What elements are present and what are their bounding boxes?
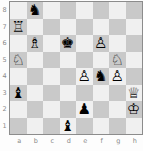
square-b6[interactable]: ♗ [27, 35, 44, 52]
piece-white-queen: ♕ [127, 85, 140, 101]
square-b5[interactable] [27, 52, 44, 69]
file-label-e: e [77, 135, 94, 148]
rank-label-1: 1 [0, 118, 9, 135]
square-h8[interactable] [126, 2, 143, 19]
square-d7[interactable] [60, 19, 77, 36]
piece-white-bishop: ♗ [28, 35, 41, 51]
piece-white-king: ♔ [127, 101, 140, 117]
piece-white-knight: ♘ [111, 52, 124, 68]
piece-white-pawn: ♙ [94, 35, 107, 51]
square-d6[interactable]: ♚ [60, 35, 77, 52]
square-d1[interactable]: ♝ [60, 118, 77, 135]
square-a1[interactable] [10, 118, 27, 135]
rank-label-4: 4 [0, 68, 9, 85]
square-g8[interactable] [109, 2, 126, 19]
file-label-a: a [11, 135, 28, 148]
square-g6[interactable] [109, 35, 126, 52]
square-e8[interactable] [76, 2, 93, 19]
square-c7[interactable] [43, 19, 60, 36]
square-b2[interactable] [27, 101, 44, 118]
square-e5[interactable] [76, 52, 93, 69]
rank-labels: 87654321 [0, 2, 9, 135]
file-label-d: d [61, 135, 78, 148]
piece-white-pawn: ♙ [111, 68, 124, 84]
square-c3[interactable] [43, 85, 60, 102]
square-c4[interactable] [43, 68, 60, 85]
square-g5[interactable]: ♘ [109, 52, 126, 69]
square-e7[interactable] [76, 19, 93, 36]
square-d3[interactable] [60, 85, 77, 102]
square-a2[interactable] [10, 101, 27, 118]
rank-label-7: 7 [0, 19, 9, 36]
square-h4[interactable] [126, 68, 143, 85]
file-labels: abcdefgh [11, 135, 143, 148]
square-e3[interactable] [76, 85, 93, 102]
square-a3[interactable]: ♝ [10, 85, 27, 102]
square-f5[interactable] [93, 52, 110, 69]
square-f2[interactable] [93, 101, 110, 118]
square-g4[interactable]: ♙ [109, 68, 126, 85]
square-a4[interactable] [10, 68, 27, 85]
square-c1[interactable] [43, 118, 60, 135]
file-label-h: h [127, 135, 144, 148]
rank-label-6: 6 [0, 35, 9, 52]
square-f4[interactable]: ♞ [93, 68, 110, 85]
piece-white-rook: ♖ [12, 19, 25, 35]
square-d2[interactable] [60, 101, 77, 118]
square-a5[interactable]: ♘ [10, 52, 27, 69]
file-label-c: c [44, 135, 61, 148]
square-h2[interactable]: ♔ [126, 101, 143, 118]
square-h3[interactable]: ♕ [126, 85, 143, 102]
piece-black-knight: ♞ [28, 2, 41, 18]
square-b1[interactable] [27, 118, 44, 135]
square-g2[interactable] [109, 101, 126, 118]
square-e2[interactable]: ♟ [76, 101, 93, 118]
rank-label-3: 3 [0, 85, 9, 102]
chess-diagram: 87654321 ♞♖♗♚♙♘♘♙♞♙♝♕♟♔♝ abcdefgh [0, 0, 143, 151]
rank-label-5: 5 [0, 52, 9, 69]
square-c6[interactable] [43, 35, 60, 52]
files-spacer [0, 135, 10, 148]
square-e6[interactable] [76, 35, 93, 52]
square-a6[interactable] [10, 35, 27, 52]
square-f6[interactable]: ♙ [93, 35, 110, 52]
square-g7[interactable] [109, 19, 126, 36]
file-label-f: f [94, 135, 111, 148]
file-label-g: g [110, 135, 127, 148]
piece-white-pawn: ♙ [78, 68, 91, 84]
square-f1[interactable] [93, 118, 110, 135]
piece-white-knight: ♘ [12, 52, 25, 68]
square-f7[interactable] [93, 19, 110, 36]
square-b8[interactable]: ♞ [27, 2, 44, 19]
square-d8[interactable] [60, 2, 77, 19]
rank-label-8: 8 [0, 2, 9, 19]
square-g3[interactable] [109, 85, 126, 102]
square-g1[interactable] [109, 118, 126, 135]
square-f8[interactable] [93, 2, 110, 19]
piece-black-king: ♚ [61, 35, 74, 51]
piece-black-pawn: ♟ [78, 101, 91, 117]
square-h6[interactable] [126, 35, 143, 52]
square-d5[interactable] [60, 52, 77, 69]
square-b4[interactable] [27, 68, 44, 85]
square-d4[interactable] [60, 68, 77, 85]
rank-label-2: 2 [0, 101, 9, 118]
square-c2[interactable] [43, 101, 60, 118]
square-e1[interactable] [76, 118, 93, 135]
piece-black-bishop: ♝ [12, 85, 25, 101]
square-c8[interactable] [43, 2, 60, 19]
square-a7[interactable]: ♖ [10, 19, 27, 36]
square-h5[interactable] [126, 52, 143, 69]
square-b3[interactable] [27, 85, 44, 102]
square-f3[interactable] [93, 85, 110, 102]
square-a8[interactable] [10, 2, 27, 19]
square-h1[interactable] [126, 118, 143, 135]
file-label-b: b [28, 135, 45, 148]
piece-black-knight: ♞ [94, 68, 107, 84]
piece-black-bishop: ♝ [61, 118, 74, 134]
square-h7[interactable] [126, 19, 143, 36]
square-b7[interactable] [27, 19, 44, 36]
square-e4[interactable]: ♙ [76, 68, 93, 85]
chess-board[interactable]: ♞♖♗♚♙♘♘♙♞♙♝♕♟♔♝ [9, 1, 143, 135]
square-c5[interactable] [43, 52, 60, 69]
